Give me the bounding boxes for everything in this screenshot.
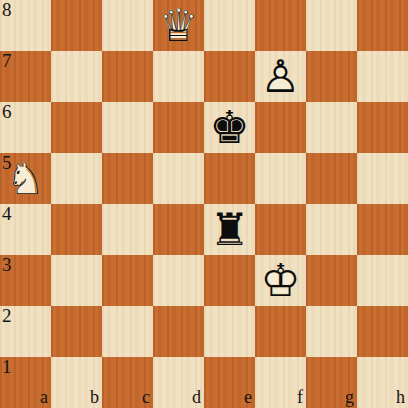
square-c6[interactable] [102,102,153,153]
black-rook: ♜ [204,204,255,255]
file-label-f: f [297,388,303,406]
file-label-e: e [244,388,252,406]
square-b5[interactable] [51,153,102,204]
file-label-h: h [396,388,405,406]
square-h8[interactable] [357,0,408,51]
square-e4[interactable]: ♜ [204,204,255,255]
square-c3[interactable] [102,255,153,306]
square-b3[interactable] [51,255,102,306]
white-king: ♔ [255,255,306,306]
square-f2[interactable] [255,306,306,357]
rank-label-6: 6 [2,102,12,121]
square-e5[interactable] [204,153,255,204]
square-h1[interactable]: h [357,357,408,408]
square-a3[interactable]: 3 [0,255,51,306]
square-d6[interactable] [153,102,204,153]
white-knight: ♘ [0,153,51,204]
square-f1[interactable]: f [255,357,306,408]
rank-label-3: 3 [2,255,12,274]
square-h7[interactable] [357,51,408,102]
square-e3[interactable] [204,255,255,306]
black-king: ♚ [204,102,255,153]
square-a2[interactable]: 2 [0,306,51,357]
square-e6[interactable]: ♚ [204,102,255,153]
white-queen: ♕ [153,0,204,51]
square-h2[interactable] [357,306,408,357]
square-d2[interactable] [153,306,204,357]
square-e8[interactable] [204,0,255,51]
square-g4[interactable] [306,204,357,255]
square-c8[interactable] [102,0,153,51]
file-label-d: d [192,388,201,406]
square-g5[interactable] [306,153,357,204]
white-pawn-fill: ♟ [255,51,306,102]
square-b6[interactable] [51,102,102,153]
white-knight-fill: ♞ [0,153,51,204]
square-e2[interactable] [204,306,255,357]
file-label-g: g [345,388,354,406]
square-h6[interactable] [357,102,408,153]
square-d7[interactable] [153,51,204,102]
rank-label-8: 8 [2,0,12,19]
square-c4[interactable] [102,204,153,255]
square-d8[interactable]: ♛♕ [153,0,204,51]
square-f3[interactable]: ♚♔ [255,255,306,306]
rank-label-5: 5 [2,153,12,172]
square-h5[interactable] [357,153,408,204]
square-a4[interactable]: 4 [0,204,51,255]
rank-label-4: 4 [2,204,12,223]
chess-board-grid: 8♛♕7♟♙6♚5♞♘4♜3♚♔21abcdefgh [0,0,408,408]
square-c1[interactable]: c [102,357,153,408]
rank-label-7: 7 [2,51,12,70]
rank-label-1: 1 [2,357,12,376]
square-c7[interactable] [102,51,153,102]
square-d3[interactable] [153,255,204,306]
square-d1[interactable]: d [153,357,204,408]
square-b1[interactable]: b [51,357,102,408]
file-label-b: b [90,388,99,406]
square-b7[interactable] [51,51,102,102]
square-g1[interactable]: g [306,357,357,408]
square-d4[interactable] [153,204,204,255]
square-g3[interactable] [306,255,357,306]
square-f7[interactable]: ♟♙ [255,51,306,102]
square-b2[interactable] [51,306,102,357]
square-a6[interactable]: 6 [0,102,51,153]
square-b8[interactable] [51,0,102,51]
square-g7[interactable] [306,51,357,102]
square-e7[interactable] [204,51,255,102]
square-a5[interactable]: 5♞♘ [0,153,51,204]
square-h4[interactable] [357,204,408,255]
square-f6[interactable] [255,102,306,153]
square-c2[interactable] [102,306,153,357]
rank-label-2: 2 [2,306,12,325]
file-label-c: c [142,388,150,406]
square-c5[interactable] [102,153,153,204]
square-f8[interactable] [255,0,306,51]
square-f4[interactable] [255,204,306,255]
white-queen-fill: ♛ [153,0,204,51]
white-king-fill: ♚ [255,255,306,306]
square-g2[interactable] [306,306,357,357]
file-label-a: a [40,388,48,406]
square-b4[interactable] [51,204,102,255]
square-e1[interactable]: e [204,357,255,408]
square-h3[interactable] [357,255,408,306]
square-a7[interactable]: 7 [0,51,51,102]
chess-board: 8♛♕7♟♙6♚5♞♘4♜3♚♔21abcdefgh [0,0,408,408]
square-a1[interactable]: 1a [0,357,51,408]
white-pawn: ♙ [255,51,306,102]
square-d5[interactable] [153,153,204,204]
square-a8[interactable]: 8 [0,0,51,51]
square-g8[interactable] [306,0,357,51]
square-g6[interactable] [306,102,357,153]
square-f5[interactable] [255,153,306,204]
